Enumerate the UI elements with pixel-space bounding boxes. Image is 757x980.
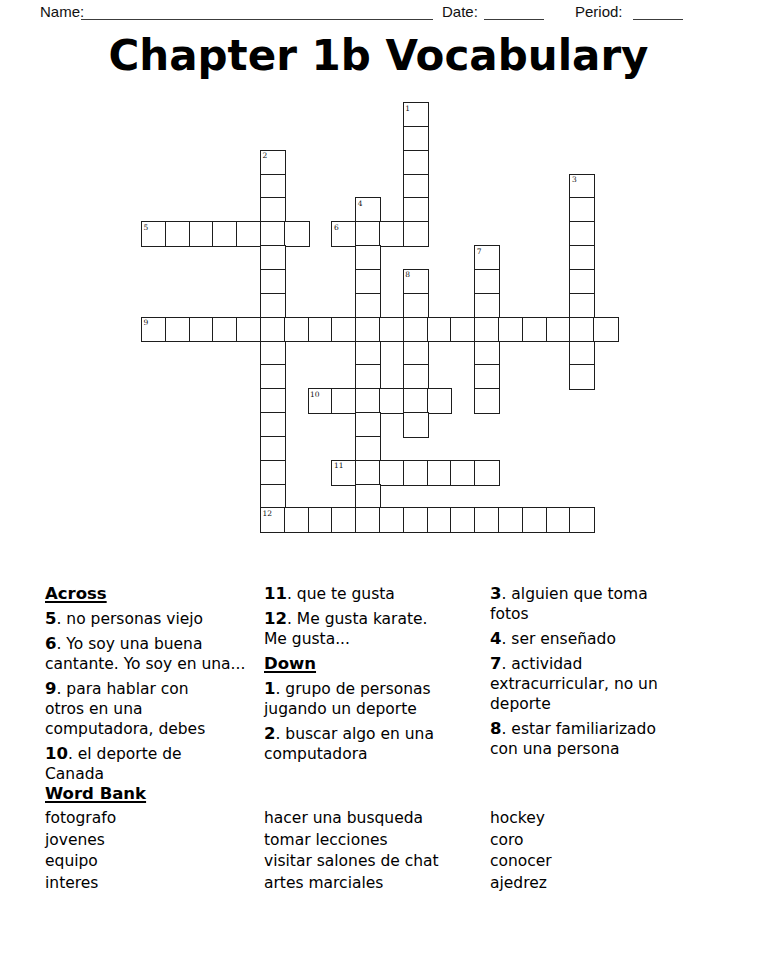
clues-column-2: 11. que te gusta12. Me gusta karate. Me …: [264, 584, 482, 769]
word-bank-item-ajedrez: ajedrez: [490, 873, 710, 895]
clue-down-3: 3. alguien que toma fotos: [490, 584, 725, 624]
grid-cell-r3c18[interactable]: 3: [569, 174, 595, 200]
clue-across-10: 10. el deporte de Canada: [45, 744, 263, 784]
grid-cell-r14c9[interactable]: [355, 436, 381, 462]
clue-down-3-number: 3: [490, 584, 501, 603]
grid-cell-r7c18[interactable]: [569, 269, 595, 295]
grid-cell-r5c0[interactable]: 5: [141, 221, 167, 247]
word-bank-item-artes-marciales: artes marciales: [264, 873, 484, 895]
grid-cell-r10c11[interactable]: [403, 341, 429, 367]
grid-cell-r5c10[interactable]: [379, 221, 405, 247]
word-bank-column-3: hockeycoroconocerajedrez: [490, 808, 710, 895]
grid-cell-r5c8[interactable]: 6: [331, 221, 357, 247]
clue-across-10-number: 10: [45, 744, 68, 763]
grid-cell-r5c18[interactable]: [569, 221, 595, 247]
clue-number-12: 12: [263, 509, 273, 518]
grid-cell-r12c12[interactable]: [427, 388, 453, 414]
grid-cell-r2c5[interactable]: 2: [260, 150, 286, 176]
clue-down-1-text: grupo de personas jugando un deporte: [264, 680, 431, 718]
clues-column-1: Across5. no personas viejo6. Yo soy una …: [45, 584, 263, 789]
down-heading: Down: [264, 654, 482, 674]
clue-down-8-number: 8: [490, 719, 501, 738]
grid-cell-r15c11[interactable]: [403, 460, 429, 486]
grid-cell-r3c5[interactable]: [260, 174, 286, 200]
worksheet: Name: Date: Period: Chapter 1b Vocabular…: [0, 0, 757, 980]
clue-number-11: 11: [334, 461, 344, 470]
clue-across-12: 12. Me gusta karate. Me gusta...: [264, 609, 482, 649]
grid-cell-r5c11[interactable]: [403, 221, 429, 247]
clue-across-6-text: Yo soy una buena cantante. Yo soy en una…: [45, 635, 245, 673]
grid-cell-r17c9[interactable]: [355, 507, 381, 533]
grid-cell-r4c9[interactable]: 4: [355, 197, 381, 223]
grid-cell-r12c5[interactable]: [260, 388, 286, 414]
clue-across-12-number: 12: [264, 609, 287, 628]
grid-cell-r15c10[interactable]: [379, 460, 405, 486]
grid-cell-r1c11[interactable]: [403, 126, 429, 152]
grid-cell-r17c17[interactable]: [546, 507, 572, 533]
grid-cell-r12c7[interactable]: 10: [308, 388, 334, 414]
grid-cell-r9c10[interactable]: [379, 317, 405, 343]
word-bank-column-2: hacer una busquedatomar leccionesvisitar…: [264, 808, 484, 895]
grid-cell-r9c2[interactable]: [189, 317, 215, 343]
grid-cell-r17c5[interactable]: 12: [260, 507, 286, 533]
clue-across-5: 5. no personas viejo: [45, 609, 263, 629]
clue-number-6: 6: [334, 223, 339, 232]
word-bank-item-conocer: conocer: [490, 851, 710, 873]
clue-number-4: 4: [358, 199, 363, 208]
period-blank-line[interactable]: [633, 19, 683, 20]
clue-number-7: 7: [477, 247, 482, 256]
grid-cell-r5c3[interactable]: [212, 221, 238, 247]
grid-cell-r15c12[interactable]: [427, 460, 453, 486]
clue-across-9-number: 9: [45, 679, 56, 698]
grid-cell-r17c15[interactable]: [498, 507, 524, 533]
clue-across-9-text: para hablar con otros en una computadora…: [45, 680, 205, 738]
grid-cell-r5c6[interactable]: [284, 221, 310, 247]
name-blank-line[interactable]: [81, 19, 433, 20]
grid-cell-r9c15[interactable]: [498, 317, 524, 343]
grid-cell-r12c14[interactable]: [474, 388, 500, 414]
clue-across-5-number: 5: [45, 609, 56, 628]
clue-across-9: 9. para hablar con otros en una computad…: [45, 679, 263, 739]
date-label: Date:: [442, 3, 478, 20]
word-bank-item-hockey: hockey: [490, 808, 710, 830]
grid-cell-r10c14[interactable]: [474, 341, 500, 367]
grid-cell-r17c11[interactable]: [403, 507, 429, 533]
date-blank-line[interactable]: [484, 19, 544, 20]
period-label: Period:: [575, 3, 623, 20]
clue-down-7-text: actividad extracurricular, no un deporte: [490, 655, 658, 713]
grid-cell-r17c14[interactable]: [474, 507, 500, 533]
clue-down-4: 4. ser enseñado: [490, 629, 725, 649]
grid-cell-r12c9[interactable]: [355, 388, 381, 414]
clue-down-3-text: alguien que toma fotos: [490, 585, 648, 623]
grid-cell-r16c9[interactable]: [355, 484, 381, 510]
word-bank-item-fotografo: fotografo: [45, 808, 265, 830]
grid-cell-r9c8[interactable]: [331, 317, 357, 343]
clue-down-2: 2. buscar algo en una computadora: [264, 724, 482, 764]
grid-cell-r11c14[interactable]: [474, 364, 500, 390]
grid-cell-r9c6[interactable]: [284, 317, 310, 343]
clue-down-2-number: 2: [264, 724, 275, 743]
grid-cell-r17c10[interactable]: [379, 507, 405, 533]
clue-across-6-number: 6: [45, 634, 56, 653]
grid-cell-r7c14[interactable]: [474, 269, 500, 295]
grid-cell-r8c14[interactable]: [474, 293, 500, 319]
clue-number-9: 9: [144, 318, 149, 327]
grid-cell-r16c5[interactable]: [260, 484, 286, 510]
grid-cell-r12c8[interactable]: [331, 388, 357, 414]
grid-cell-r6c18[interactable]: [569, 245, 595, 271]
grid-cell-r6c14[interactable]: 7: [474, 245, 500, 271]
worksheet-title: Chapter 1b Vocabulary: [0, 31, 757, 80]
clue-number-10: 10: [310, 390, 320, 399]
clue-across-6: 6. Yo soy una buena cantante. Yo soy en …: [45, 634, 263, 674]
grid-cell-r4c18[interactable]: [569, 197, 595, 223]
grid-cell-r17c8[interactable]: [331, 507, 357, 533]
grid-cell-r4c11[interactable]: [403, 197, 429, 223]
grid-cell-r4c5[interactable]: [260, 197, 286, 223]
clue-across-11-text: que te gusta: [297, 585, 395, 603]
grid-cell-r11c18[interactable]: [569, 364, 595, 390]
grid-cell-r10c9[interactable]: [355, 341, 381, 367]
word-bank-item-interes: interes: [45, 873, 265, 895]
grid-cell-r13c5[interactable]: [260, 412, 286, 438]
clue-number-1: 1: [405, 104, 410, 113]
grid-cell-r13c11[interactable]: [403, 412, 429, 438]
grid-cell-r9c17[interactable]: [546, 317, 572, 343]
grid-cell-r5c9[interactable]: [355, 221, 381, 247]
clue-number-5: 5: [144, 223, 149, 232]
word-bank-item-jovenes: jovenes: [45, 830, 265, 852]
word-bank-item-visitar-salones-de-chat: visitar salones de chat: [264, 851, 484, 873]
grid-cell-r11c5[interactable]: [260, 364, 286, 390]
clue-down-7: 7. actividad extracurricular, no un depo…: [490, 654, 725, 714]
grid-cell-r9c16[interactable]: [522, 317, 548, 343]
clue-down-2-text: buscar algo en una computadora: [264, 725, 434, 763]
grid-cell-r7c11[interactable]: 8: [403, 269, 429, 295]
grid-cell-r17c13[interactable]: [450, 507, 476, 533]
grid-cell-r8c18[interactable]: [569, 293, 595, 319]
grid-cell-r17c12[interactable]: [427, 507, 453, 533]
grid-cell-r13c9[interactable]: [355, 412, 381, 438]
grid-cell-r7c9[interactable]: [355, 269, 381, 295]
grid-cell-r6c9[interactable]: [355, 245, 381, 271]
grid-cell-r8c9[interactable]: [355, 293, 381, 319]
grid-cell-r12c11[interactable]: [403, 388, 429, 414]
word-bank-item-tomar-lecciones: tomar lecciones: [264, 830, 484, 852]
clue-down-4-text: ser enseñado: [511, 630, 616, 648]
word-bank-column-1: fotografojovenesequipointeres: [45, 808, 265, 895]
grid-cell-r2c11[interactable]: [403, 150, 429, 176]
grid-cell-r9c12[interactable]: [427, 317, 453, 343]
grid-cell-r3c11[interactable]: [403, 174, 429, 200]
grid-cell-r9c1[interactable]: [165, 317, 191, 343]
grid-cell-r17c18[interactable]: [569, 507, 595, 533]
grid-cell-r9c7[interactable]: [308, 317, 334, 343]
grid-cell-r12c10[interactable]: [379, 388, 405, 414]
grid-cell-r11c11[interactable]: [403, 364, 429, 390]
grid-cell-r9c4[interactable]: [236, 317, 262, 343]
clue-down-8: 8. estar familiarizado con una persona: [490, 719, 725, 759]
clue-number-3: 3: [572, 175, 577, 184]
word-bank-item-hacer-una-busqueda: hacer una busqueda: [264, 808, 484, 830]
grid-cell-r5c5[interactable]: [260, 221, 286, 247]
word-bank-heading: Word Bank: [45, 784, 146, 803]
grid-cell-r14c5[interactable]: [260, 436, 286, 462]
grid-cell-r9c0[interactable]: 9: [141, 317, 167, 343]
grid-cell-r5c2[interactable]: [189, 221, 215, 247]
clue-down-7-number: 7: [490, 654, 501, 673]
clue-across-11: 11. que te gusta: [264, 584, 482, 604]
grid-cell-r15c9[interactable]: [355, 460, 381, 486]
clue-down-1-number: 1: [264, 679, 275, 698]
grid-cell-r9c19[interactable]: [593, 317, 619, 343]
clue-number-8: 8: [405, 270, 410, 279]
grid-cell-r15c8[interactable]: 11: [331, 460, 357, 486]
word-bank-item-coro: coro: [490, 830, 710, 852]
crossword-grid: 123456789101112: [141, 102, 619, 533]
grid-cell-r9c5[interactable]: [260, 317, 286, 343]
grid-cell-r7c5[interactable]: [260, 269, 286, 295]
grid-cell-r9c11[interactable]: [403, 317, 429, 343]
word-bank-item-equipo: equipo: [45, 851, 265, 873]
clue-across-11-number: 11: [264, 584, 287, 603]
across-heading: Across: [45, 584, 263, 604]
grid-cell-r15c13[interactable]: [450, 460, 476, 486]
clue-down-4-number: 4: [490, 629, 501, 648]
clue-down-1: 1. grupo de personas jugando un deporte: [264, 679, 482, 719]
clue-across-5-text: no personas viejo: [66, 610, 203, 628]
grid-cell-r9c14[interactable]: [474, 317, 500, 343]
grid-cell-r6c5[interactable]: [260, 245, 286, 271]
grid-cell-r9c13[interactable]: [450, 317, 476, 343]
grid-cell-r8c5[interactable]: [260, 293, 286, 319]
grid-cell-r5c1[interactable]: [165, 221, 191, 247]
grid-cell-r9c18[interactable]: [569, 317, 595, 343]
grid-cell-r10c18[interactable]: [569, 341, 595, 367]
clue-down-8-text: estar familiarizado con una persona: [490, 720, 656, 758]
clues-column-3: 3. alguien que toma fotos4. ser enseñado…: [490, 584, 725, 764]
grid-cell-r17c16[interactable]: [522, 507, 548, 533]
grid-cell-r17c6[interactable]: [284, 507, 310, 533]
grid-cell-r9c3[interactable]: [212, 317, 238, 343]
grid-cell-r8c11[interactable]: [403, 293, 429, 319]
grid-cell-r15c5[interactable]: [260, 460, 286, 486]
grid-cell-r9c9[interactable]: [355, 317, 381, 343]
name-label: Name:: [40, 3, 84, 20]
grid-cell-r15c14[interactable]: [474, 460, 500, 486]
grid-cell-r5c4[interactable]: [236, 221, 262, 247]
grid-cell-r10c5[interactable]: [260, 341, 286, 367]
grid-cell-r11c9[interactable]: [355, 364, 381, 390]
grid-cell-r0c11[interactable]: 1: [403, 102, 429, 128]
clue-number-2: 2: [263, 151, 268, 160]
grid-cell-r17c7[interactable]: [308, 507, 334, 533]
